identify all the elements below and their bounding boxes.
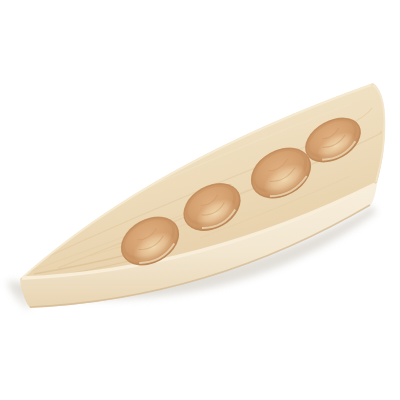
mancala-board-photo bbox=[0, 0, 400, 400]
product-photo-canvas bbox=[0, 0, 400, 400]
